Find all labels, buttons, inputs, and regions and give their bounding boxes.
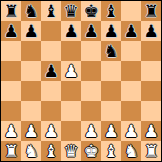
square-g4[interactable] <box>121 81 141 101</box>
square-b4[interactable] <box>21 81 41 101</box>
square-f8[interactable]: ♝ <box>101 1 121 21</box>
square-f4[interactable] <box>101 81 121 101</box>
square-b1[interactable]: ♞ <box>21 141 41 161</box>
black-pawn[interactable]: ♟ <box>123 21 138 41</box>
square-f7[interactable]: ♟ <box>101 21 121 41</box>
square-c3[interactable] <box>41 101 61 121</box>
square-d2[interactable] <box>61 121 81 141</box>
white-queen[interactable]: ♛ <box>63 141 78 161</box>
black-pawn[interactable]: ♟ <box>43 61 58 81</box>
black-pawn[interactable]: ♟ <box>63 21 78 41</box>
square-b7[interactable]: ♟ <box>21 21 41 41</box>
white-rook[interactable]: ♜ <box>3 141 18 161</box>
square-g5[interactable] <box>121 61 141 81</box>
square-c6[interactable] <box>41 41 61 61</box>
square-f2[interactable]: ♟ <box>101 121 121 141</box>
square-a1[interactable]: ♜ <box>1 141 21 161</box>
square-h1[interactable]: ♜ <box>141 141 161 161</box>
square-c7[interactable] <box>41 21 61 41</box>
white-pawn[interactable]: ♟ <box>63 61 78 81</box>
square-c4[interactable] <box>41 81 61 101</box>
white-pawn[interactable]: ♟ <box>43 121 58 141</box>
square-b2[interactable]: ♟ <box>21 121 41 141</box>
white-bishop[interactable]: ♝ <box>103 141 118 161</box>
square-c5[interactable]: ♟ <box>41 61 61 81</box>
white-rook[interactable]: ♜ <box>143 141 158 161</box>
white-king[interactable]: ♚ <box>83 141 98 161</box>
square-e6[interactable] <box>81 41 101 61</box>
square-c2[interactable]: ♟ <box>41 121 61 141</box>
square-h6[interactable] <box>141 41 161 61</box>
square-d6[interactable] <box>61 41 81 61</box>
black-pawn[interactable]: ♟ <box>143 21 158 41</box>
white-pawn[interactable]: ♟ <box>103 121 118 141</box>
black-bishop[interactable]: ♝ <box>103 1 118 21</box>
square-d5[interactable]: ♟ <box>61 61 81 81</box>
square-e5[interactable] <box>81 61 101 81</box>
square-f6[interactable]: ♞ <box>101 41 121 61</box>
square-h2[interactable]: ♟ <box>141 121 161 141</box>
square-h7[interactable]: ♟ <box>141 21 161 41</box>
black-bishop[interactable]: ♝ <box>43 1 58 21</box>
white-knight[interactable]: ♞ <box>123 141 138 161</box>
square-d8[interactable]: ♛ <box>61 1 81 21</box>
white-pawn[interactable]: ♟ <box>3 121 18 141</box>
black-pawn[interactable]: ♟ <box>3 21 18 41</box>
square-g6[interactable] <box>121 41 141 61</box>
square-h4[interactable] <box>141 81 161 101</box>
white-bishop[interactable]: ♝ <box>43 141 58 161</box>
square-f1[interactable]: ♝ <box>101 141 121 161</box>
square-b8[interactable]: ♞ <box>21 1 41 21</box>
square-e7[interactable]: ♟ <box>81 21 101 41</box>
square-a6[interactable] <box>1 41 21 61</box>
square-g3[interactable] <box>121 101 141 121</box>
square-a7[interactable]: ♟ <box>1 21 21 41</box>
square-d3[interactable] <box>61 101 81 121</box>
square-e8[interactable]: ♚ <box>81 1 101 21</box>
square-d1[interactable]: ♛ <box>61 141 81 161</box>
square-b6[interactable] <box>21 41 41 61</box>
square-e1[interactable]: ♚ <box>81 141 101 161</box>
square-h5[interactable] <box>141 61 161 81</box>
black-knight[interactable]: ♞ <box>23 1 38 21</box>
square-d7[interactable]: ♟ <box>61 21 81 41</box>
black-pawn[interactable]: ♟ <box>83 21 98 41</box>
square-a3[interactable] <box>1 101 21 121</box>
white-pawn[interactable]: ♟ <box>123 121 138 141</box>
square-e2[interactable]: ♟ <box>81 121 101 141</box>
square-c1[interactable]: ♝ <box>41 141 61 161</box>
square-f3[interactable] <box>101 101 121 121</box>
black-rook[interactable]: ♜ <box>143 1 158 21</box>
black-queen[interactable]: ♛ <box>63 1 78 21</box>
black-knight[interactable]: ♞ <box>103 41 118 61</box>
square-a2[interactable]: ♟ <box>1 121 21 141</box>
square-c8[interactable]: ♝ <box>41 1 61 21</box>
square-a5[interactable] <box>1 61 21 81</box>
black-pawn[interactable]: ♟ <box>103 21 118 41</box>
white-pawn[interactable]: ♟ <box>23 121 38 141</box>
chess-board-frame: ♜♞♝♛♚♝♜♟♟♟♟♟♟♟♞♟♟♟♟♟♟♟♟♟♜♞♝♛♚♝♞♜ <box>0 0 162 162</box>
square-g7[interactable]: ♟ <box>121 21 141 41</box>
square-f5[interactable] <box>101 61 121 81</box>
square-e4[interactable] <box>81 81 101 101</box>
square-e3[interactable] <box>81 101 101 121</box>
square-g8[interactable] <box>121 1 141 21</box>
square-b3[interactable] <box>21 101 41 121</box>
square-d4[interactable] <box>61 81 81 101</box>
square-h3[interactable] <box>141 101 161 121</box>
white-pawn[interactable]: ♟ <box>143 121 158 141</box>
white-knight[interactable]: ♞ <box>23 141 38 161</box>
square-g2[interactable]: ♟ <box>121 121 141 141</box>
black-rook[interactable]: ♜ <box>3 1 18 21</box>
black-king[interactable]: ♚ <box>83 1 98 21</box>
square-a4[interactable] <box>1 81 21 101</box>
square-a8[interactable]: ♜ <box>1 1 21 21</box>
square-g1[interactable]: ♞ <box>121 141 141 161</box>
square-h8[interactable]: ♜ <box>141 1 161 21</box>
white-pawn[interactable]: ♟ <box>83 121 98 141</box>
chess-board: ♜♞♝♛♚♝♜♟♟♟♟♟♟♟♞♟♟♟♟♟♟♟♟♟♜♞♝♛♚♝♞♜ <box>1 1 161 161</box>
square-b5[interactable] <box>21 61 41 81</box>
black-pawn[interactable]: ♟ <box>23 21 38 41</box>
